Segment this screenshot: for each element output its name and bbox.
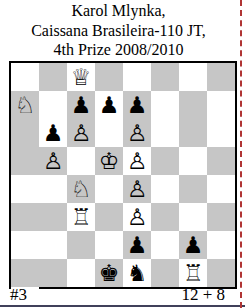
- square-g6[interactable]: [207, 119, 235, 147]
- white-rook-piece: ♖: [183, 259, 204, 287]
- square-f4[interactable]: [179, 175, 207, 203]
- page-edge-dashed-line: [240, 0, 242, 308]
- square-b3[interactable]: ♖: [67, 203, 95, 231]
- material-count-label: 12 + 8: [181, 285, 225, 305]
- white-pawn-piece: ♙: [71, 119, 92, 147]
- square-f2[interactable]: ♟: [179, 231, 207, 259]
- white-pawn-piece: ♙: [43, 147, 64, 175]
- square-g4[interactable]: [207, 175, 235, 203]
- square-c7[interactable]: ♟: [67, 91, 95, 119]
- square-d7[interactable]: ♟: [95, 91, 123, 119]
- square-g3[interactable]: [207, 203, 235, 231]
- square-c8[interactable]: ♕: [67, 63, 95, 91]
- square-b1[interactable]: [67, 259, 95, 287]
- square-d5[interactable]: ♙: [123, 147, 151, 175]
- square-c5[interactable]: ♔: [95, 147, 123, 175]
- square-e4[interactable]: [151, 175, 179, 203]
- square-a3[interactable]: [39, 203, 67, 231]
- black-pawn-piece: ♟: [127, 231, 148, 259]
- white-king-piece: ♔: [99, 147, 120, 175]
- white-pawn-piece: ♙: [127, 147, 148, 175]
- square-h6[interactable]: [11, 147, 39, 175]
- square-b6[interactable]: ♙: [67, 119, 95, 147]
- square-a1[interactable]: [39, 259, 67, 287]
- square-e5[interactable]: [151, 147, 179, 175]
- square-e7[interactable]: ♟: [123, 91, 151, 119]
- author-line: Karol Mlynka,: [0, 1, 237, 21]
- square-h2[interactable]: [11, 259, 39, 287]
- square-d2[interactable]: ♟: [123, 231, 151, 259]
- square-d3[interactable]: ♙: [123, 203, 151, 231]
- black-king-piece: ♚: [99, 259, 120, 287]
- white-knight-piece: ♘: [71, 175, 92, 203]
- square-c1[interactable]: ♚: [95, 259, 123, 287]
- white-rook-piece: ♖: [71, 203, 92, 231]
- square-f8[interactable]: [151, 63, 179, 91]
- black-pawn-piece: ♟: [183, 231, 204, 259]
- square-e1[interactable]: [151, 259, 179, 287]
- square-h5[interactable]: [11, 175, 39, 203]
- black-pawn-piece: ♟: [43, 119, 64, 147]
- square-g8[interactable]: [179, 63, 207, 91]
- black-knight-piece: ♞: [127, 259, 148, 287]
- square-a2[interactable]: [39, 231, 67, 259]
- problem-title: Karol Mlynka, Caissana Brasileira-110 JT…: [0, 1, 237, 60]
- award-line: 4th Prize 2008/2010: [0, 40, 237, 60]
- square-c4[interactable]: [95, 175, 123, 203]
- square-a4[interactable]: [39, 175, 67, 203]
- square-c3[interactable]: [95, 203, 123, 231]
- bottom-rule: [0, 305, 245, 307]
- white-knight-piece: ♘: [15, 91, 36, 119]
- square-b8[interactable]: [39, 63, 67, 91]
- square-a7[interactable]: ♘: [11, 91, 39, 119]
- stipulation-label: #3: [10, 285, 27, 305]
- square-f1[interactable]: ♖: [179, 259, 207, 287]
- square-g7[interactable]: [179, 91, 207, 119]
- square-g2[interactable]: [207, 231, 235, 259]
- square-h7[interactable]: [207, 91, 235, 119]
- white-pawn-piece: ♙: [127, 203, 148, 231]
- source-line: Caissana Brasileira-110 JT,: [0, 21, 237, 41]
- square-h8[interactable]: [207, 63, 235, 91]
- square-f7[interactable]: [151, 91, 179, 119]
- square-a5[interactable]: ♙: [39, 147, 67, 175]
- square-h4[interactable]: [11, 203, 39, 231]
- square-b5[interactable]: [67, 147, 95, 175]
- square-g1[interactable]: [207, 259, 235, 287]
- square-e2[interactable]: [151, 231, 179, 259]
- square-f5[interactable]: [179, 147, 207, 175]
- square-d1[interactable]: ♞: [123, 259, 151, 287]
- square-d8[interactable]: [95, 63, 123, 91]
- square-b2[interactable]: [67, 231, 95, 259]
- square-c6[interactable]: [95, 119, 123, 147]
- caption-row: #3 12 + 8: [10, 285, 225, 305]
- chess-board: ♕♘♟♟♟♟♙♙♙♔♙♘♙♖♙♟♟♚♞♖: [9, 61, 237, 289]
- square-b4[interactable]: ♘: [67, 175, 95, 203]
- square-b7[interactable]: [39, 91, 67, 119]
- black-pawn-piece: ♟: [99, 91, 120, 119]
- square-h3[interactable]: [11, 231, 39, 259]
- square-a6[interactable]: ♟: [39, 119, 67, 147]
- square-e3[interactable]: [151, 203, 179, 231]
- square-a8[interactable]: [11, 63, 39, 91]
- square-undefined7[interactable]: [11, 119, 39, 147]
- white-pawn-piece: ♙: [127, 119, 148, 147]
- problem-page: Karol Mlynka, Caissana Brasileira-110 JT…: [0, 0, 245, 308]
- square-e8[interactable]: [123, 63, 151, 91]
- square-c2[interactable]: [95, 231, 123, 259]
- white-queen-piece: ♕: [71, 63, 92, 91]
- square-d4[interactable]: ♙: [123, 175, 151, 203]
- square-g5[interactable]: [207, 147, 235, 175]
- square-e6[interactable]: [151, 119, 179, 147]
- square-d6[interactable]: ♙: [123, 119, 151, 147]
- square-f3[interactable]: [179, 203, 207, 231]
- white-pawn-piece: ♙: [127, 175, 148, 203]
- black-pawn-piece: ♟: [71, 91, 92, 119]
- square-f6[interactable]: [179, 119, 207, 147]
- black-pawn-piece: ♟: [127, 91, 148, 119]
